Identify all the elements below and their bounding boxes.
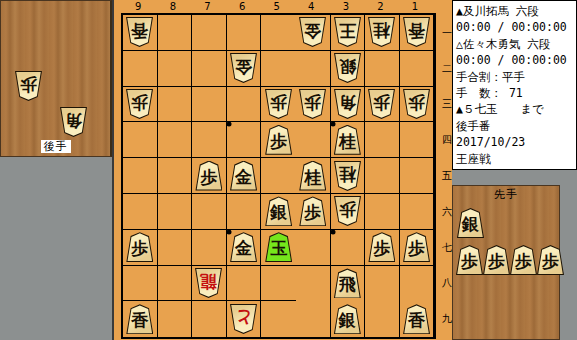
board-square-1三[interactable]: 歩 — [400, 87, 435, 123]
board-square-3六[interactable]: 歩 — [331, 194, 366, 230]
piece-王-gote[interactable]: 王 — [334, 17, 361, 47]
piece-glyph: 歩 — [368, 89, 395, 119]
board-square-8四[interactable] — [158, 122, 193, 158]
piece-桂-gote[interactable]: 桂 — [334, 161, 361, 191]
piece-桂-gote[interactable]: 桂 — [368, 17, 395, 47]
board-square-2六[interactable] — [365, 194, 400, 230]
board-square-4三[interactable]: 歩 — [296, 87, 331, 123]
piece-glyph: 歩 — [126, 232, 153, 262]
file-label: 2 — [363, 0, 398, 13]
piece-桂-sente[interactable]: 桂 — [334, 125, 361, 155]
star-point — [330, 229, 335, 234]
piece-glyph: 歩 — [334, 196, 361, 226]
piece-glyph: 歩 — [126, 89, 153, 119]
board-square-2九[interactable] — [365, 301, 400, 337]
piece-香-gote[interactable]: 香 — [403, 17, 430, 47]
piece-glyph: 歩 — [265, 125, 292, 155]
board-square-6二[interactable]: 金 — [227, 51, 262, 87]
piece-金-sente[interactable]: 金 — [230, 232, 257, 262]
piece-glyph: 銀 — [265, 196, 292, 226]
piece-glyph: 飛 — [334, 268, 361, 298]
file-label: 9 — [121, 0, 156, 13]
board-square-3一[interactable]: 王 — [331, 15, 366, 51]
file-label: 5 — [259, 0, 294, 13]
board-square-7四[interactable] — [192, 122, 227, 158]
board-square-4四[interactable] — [296, 122, 331, 158]
piece-歩-sente[interactable]: 歩 — [368, 232, 395, 262]
piece-glyph: 桂 — [334, 161, 361, 191]
board-square-5六[interactable]: 銀 — [261, 194, 296, 230]
piece-歩-gote[interactable]: 歩 — [299, 89, 326, 119]
file-labels: 987654321 — [121, 0, 432, 13]
piece-玉-sente[interactable]: 玉 — [265, 232, 292, 262]
star-point — [226, 122, 231, 127]
piece-歩-gote[interactable]: 歩 — [126, 89, 153, 119]
board-square-3九[interactable]: 銀 — [331, 301, 366, 337]
board-square-9一[interactable]: 香 — [123, 15, 158, 51]
piece-歩-sente[interactable]: 歩 — [510, 245, 537, 275]
board-square-6四[interactable] — [227, 122, 262, 158]
board-square-9二[interactable] — [123, 51, 158, 87]
piece-glyph: 歩 — [403, 232, 430, 262]
info-panel: ▲及川拓馬 六段00:00 / 00:00:00△佐々木勇気 六段00:00 /… — [452, 0, 577, 170]
board-square-1六[interactable] — [400, 194, 435, 230]
piece-銀-sente[interactable]: 銀 — [334, 304, 361, 334]
piece-glyph: 歩 — [368, 232, 395, 262]
piece-角-gote[interactable]: 角 — [334, 89, 361, 119]
board-square-7八[interactable]: 龍 — [192, 266, 227, 302]
gote-tray-label: 後手 — [41, 140, 71, 153]
piece-glyph: 歩 — [299, 89, 326, 119]
board-square-7五[interactable]: 歩 — [192, 158, 227, 194]
piece-glyph: 玉 — [265, 232, 292, 262]
piece-金-gote[interactable]: 金 — [299, 17, 326, 47]
piece-glyph: 王 — [334, 17, 361, 47]
board-square-2三[interactable]: 歩 — [365, 87, 400, 123]
board-square-3七[interactable] — [331, 230, 366, 266]
board-square-6三[interactable] — [227, 87, 262, 123]
piece-glyph: 龍 — [195, 268, 222, 298]
info-line: ▲及川拓馬 六段 — [456, 3, 574, 19]
gote-hand-tray: 歩角 後手 — [0, 0, 112, 157]
board-square-9六[interactable] — [123, 194, 158, 230]
board-square-3五[interactable]: 桂 — [331, 158, 366, 194]
piece-glyph: 銀 — [457, 208, 484, 238]
piece-glyph: 歩 — [195, 161, 222, 191]
info-line: 王座戦 — [456, 151, 574, 167]
piece-glyph: 桂 — [299, 161, 326, 191]
piece-香-sente[interactable]: 香 — [403, 304, 430, 334]
board-square-8七[interactable] — [158, 230, 193, 266]
piece-glyph: 歩 — [483, 245, 510, 275]
piece-と-gote[interactable]: と — [230, 304, 257, 334]
piece-銀-sente[interactable]: 銀 — [265, 196, 292, 226]
star-point — [226, 229, 231, 234]
board-grid: 香金王桂香金銀歩歩歩角歩歩歩桂歩金桂桂銀歩歩歩金玉歩歩龍飛香と銀香 — [121, 13, 436, 339]
board-square-4七[interactable] — [296, 230, 331, 266]
board-square-9九[interactable]: 香 — [123, 301, 158, 337]
sente-hand-tray: 先手 銀歩歩歩歩 — [452, 185, 560, 340]
board-square-9三[interactable]: 歩 — [123, 87, 158, 123]
board-square-3八[interactable]: 飛 — [331, 266, 366, 302]
info-line: 手合割：平手 — [456, 69, 574, 85]
piece-香-gote[interactable]: 香 — [126, 17, 153, 47]
piece-香-sente[interactable]: 香 — [126, 304, 153, 334]
board-square-7一[interactable] — [192, 15, 227, 51]
piece-glyph: 金 — [299, 17, 326, 47]
info-line: 00:00 / 00:00:00 — [456, 52, 574, 68]
board-square-2八[interactable] — [365, 266, 400, 302]
board-square-4一[interactable]: 金 — [296, 15, 331, 51]
board-square-7二[interactable] — [192, 51, 227, 87]
shogi-board: 987654321 香金王桂香金銀歩歩歩角歩歩歩桂歩金桂桂銀歩歩歩金玉歩歩龍飛香… — [112, 0, 452, 340]
board-square-1五[interactable] — [400, 158, 435, 194]
board-square-5一[interactable] — [261, 15, 296, 51]
piece-龍-gote[interactable]: 龍 — [195, 268, 222, 298]
board-square-5五[interactable] — [261, 158, 296, 194]
piece-歩-sente[interactable]: 歩 — [126, 232, 153, 262]
board-square-8一[interactable] — [158, 15, 193, 51]
board-square-9八[interactable] — [123, 266, 158, 302]
piece-glyph: 歩 — [403, 89, 430, 119]
board-square-6八[interactable] — [227, 266, 262, 302]
piece-歩-sente[interactable]: 歩 — [456, 245, 483, 275]
board-square-8九[interactable] — [158, 301, 193, 337]
star-point — [330, 122, 335, 127]
piece-glyph: 歩 — [510, 245, 537, 275]
piece-歩-gote[interactable]: 歩 — [265, 89, 292, 119]
piece-歩-sente[interactable]: 歩 — [195, 161, 222, 191]
file-label: 3 — [329, 0, 364, 13]
piece-glyph: 桂 — [368, 17, 395, 47]
board-square-8六[interactable] — [158, 194, 193, 230]
board-square-5二[interactable] — [261, 51, 296, 87]
board-square-1四[interactable] — [400, 122, 435, 158]
piece-歩-gote[interactable]: 歩 — [15, 71, 42, 101]
piece-glyph: 角 — [334, 89, 361, 119]
board-square-6五[interactable]: 金 — [227, 158, 262, 194]
info-line: 手 数： 71 — [456, 85, 574, 101]
piece-桂-sente[interactable]: 桂 — [299, 161, 326, 191]
board-square-1九[interactable]: 香 — [400, 301, 435, 337]
file-label: 7 — [190, 0, 225, 13]
piece-金-sente[interactable]: 金 — [230, 161, 257, 191]
board-square-2五[interactable] — [365, 158, 400, 194]
piece-glyph: 銀 — [334, 53, 361, 83]
shogi-app-window: 歩角 後手 987654321 香金王桂香金銀歩歩歩角歩歩歩桂歩金桂桂銀歩歩歩金… — [0, 0, 577, 340]
piece-glyph: 香 — [403, 17, 430, 47]
board-square-6六[interactable] — [227, 194, 262, 230]
board-square-5三[interactable]: 歩 — [261, 87, 296, 123]
piece-glyph: 香 — [126, 17, 153, 47]
board-square-8二[interactable] — [158, 51, 193, 87]
piece-銀-sente[interactable]: 銀 — [457, 208, 484, 238]
board-square-6七[interactable]: 金 — [227, 230, 262, 266]
board-square-8五[interactable] — [158, 158, 193, 194]
piece-歩-gote[interactable]: 歩 — [368, 89, 395, 119]
info-line: △佐々木勇気 六段 — [456, 36, 574, 52]
board-square-4二[interactable] — [296, 51, 331, 87]
piece-glyph: 金 — [230, 161, 257, 191]
board-square-1一[interactable]: 香 — [400, 15, 435, 51]
info-line: ▲５七玉 まで — [456, 101, 574, 117]
board-square-4八[interactable] — [296, 266, 331, 302]
file-label: 4 — [294, 0, 329, 13]
piece-歩-gote[interactable]: 歩 — [334, 196, 361, 226]
info-line: 00:00 / 00:00:00 — [456, 19, 574, 35]
board-square-7三[interactable] — [192, 87, 227, 123]
board-square-6一[interactable] — [227, 15, 262, 51]
piece-glyph: 角 — [60, 107, 87, 137]
board-square-7九[interactable] — [192, 301, 227, 337]
board-square-5八[interactable] — [261, 266, 296, 302]
piece-glyph: 歩 — [265, 89, 292, 119]
board-square-6九[interactable]: と — [227, 301, 262, 337]
board-square-4五[interactable]: 桂 — [296, 158, 331, 194]
piece-glyph: 金 — [230, 53, 257, 83]
file-label: 6 — [225, 0, 260, 13]
piece-角-gote[interactable]: 角 — [60, 107, 87, 137]
board-square-7七[interactable] — [192, 230, 227, 266]
gote-hand-pieces: 歩角 — [1, 1, 110, 156]
piece-glyph: 金 — [230, 232, 257, 262]
board-square-3四[interactable]: 桂 — [331, 122, 366, 158]
board-square-7六[interactable] — [192, 194, 227, 230]
piece-歩-sente[interactable]: 歩 — [265, 125, 292, 155]
board-square-4九[interactable] — [296, 301, 331, 337]
piece-glyph: 歩 — [15, 71, 42, 101]
piece-glyph: 歩 — [456, 245, 483, 275]
piece-金-gote[interactable]: 金 — [230, 53, 257, 83]
board-square-1八[interactable] — [400, 266, 435, 302]
info-line: 2017/10/23 — [456, 134, 574, 150]
sente-hand-pieces: 銀歩歩歩歩 — [453, 186, 559, 339]
piece-歩-sente[interactable]: 歩 — [403, 232, 430, 262]
piece-glyph: 桂 — [334, 125, 361, 155]
board-square-3三[interactable]: 角 — [331, 87, 366, 123]
piece-glyph: と — [230, 304, 257, 334]
file-label: 1 — [398, 0, 433, 13]
board-square-2七[interactable]: 歩 — [365, 230, 400, 266]
board-square-4六[interactable]: 歩 — [296, 194, 331, 230]
piece-glyph: 銀 — [334, 304, 361, 334]
piece-glyph: 歩 — [537, 245, 564, 275]
piece-歩-sente[interactable]: 歩 — [299, 196, 326, 226]
board-square-2四[interactable] — [365, 122, 400, 158]
board-square-9五[interactable] — [123, 158, 158, 194]
board-square-8八[interactable] — [158, 266, 193, 302]
board-square-2二[interactable] — [365, 51, 400, 87]
board-square-1二[interactable] — [400, 51, 435, 87]
piece-銀-gote[interactable]: 銀 — [334, 53, 361, 83]
board-square-8三[interactable] — [158, 87, 193, 123]
board-square-9四[interactable] — [123, 122, 158, 158]
board-square-5四[interactable]: 歩 — [261, 122, 296, 158]
board-square-9七[interactable]: 歩 — [123, 230, 158, 266]
piece-glyph: 歩 — [299, 196, 326, 226]
board-square-5七[interactable]: 玉 — [261, 230, 296, 266]
board-square-3二[interactable]: 銀 — [331, 51, 366, 87]
piece-歩-gote[interactable]: 歩 — [403, 89, 430, 119]
piece-歩-sente[interactable]: 歩 — [483, 245, 510, 275]
piece-glyph: 香 — [126, 304, 153, 334]
file-label: 8 — [156, 0, 191, 13]
piece-歩-sente[interactable]: 歩 — [537, 245, 564, 275]
piece-glyph: 香 — [403, 304, 430, 334]
piece-飛-sente[interactable]: 飛 — [334, 268, 361, 298]
board-square-2一[interactable]: 桂 — [365, 15, 400, 51]
board-square-5九[interactable] — [261, 301, 296, 337]
info-line: 後手番 — [456, 118, 574, 134]
board-square-1七[interactable]: 歩 — [400, 230, 435, 266]
